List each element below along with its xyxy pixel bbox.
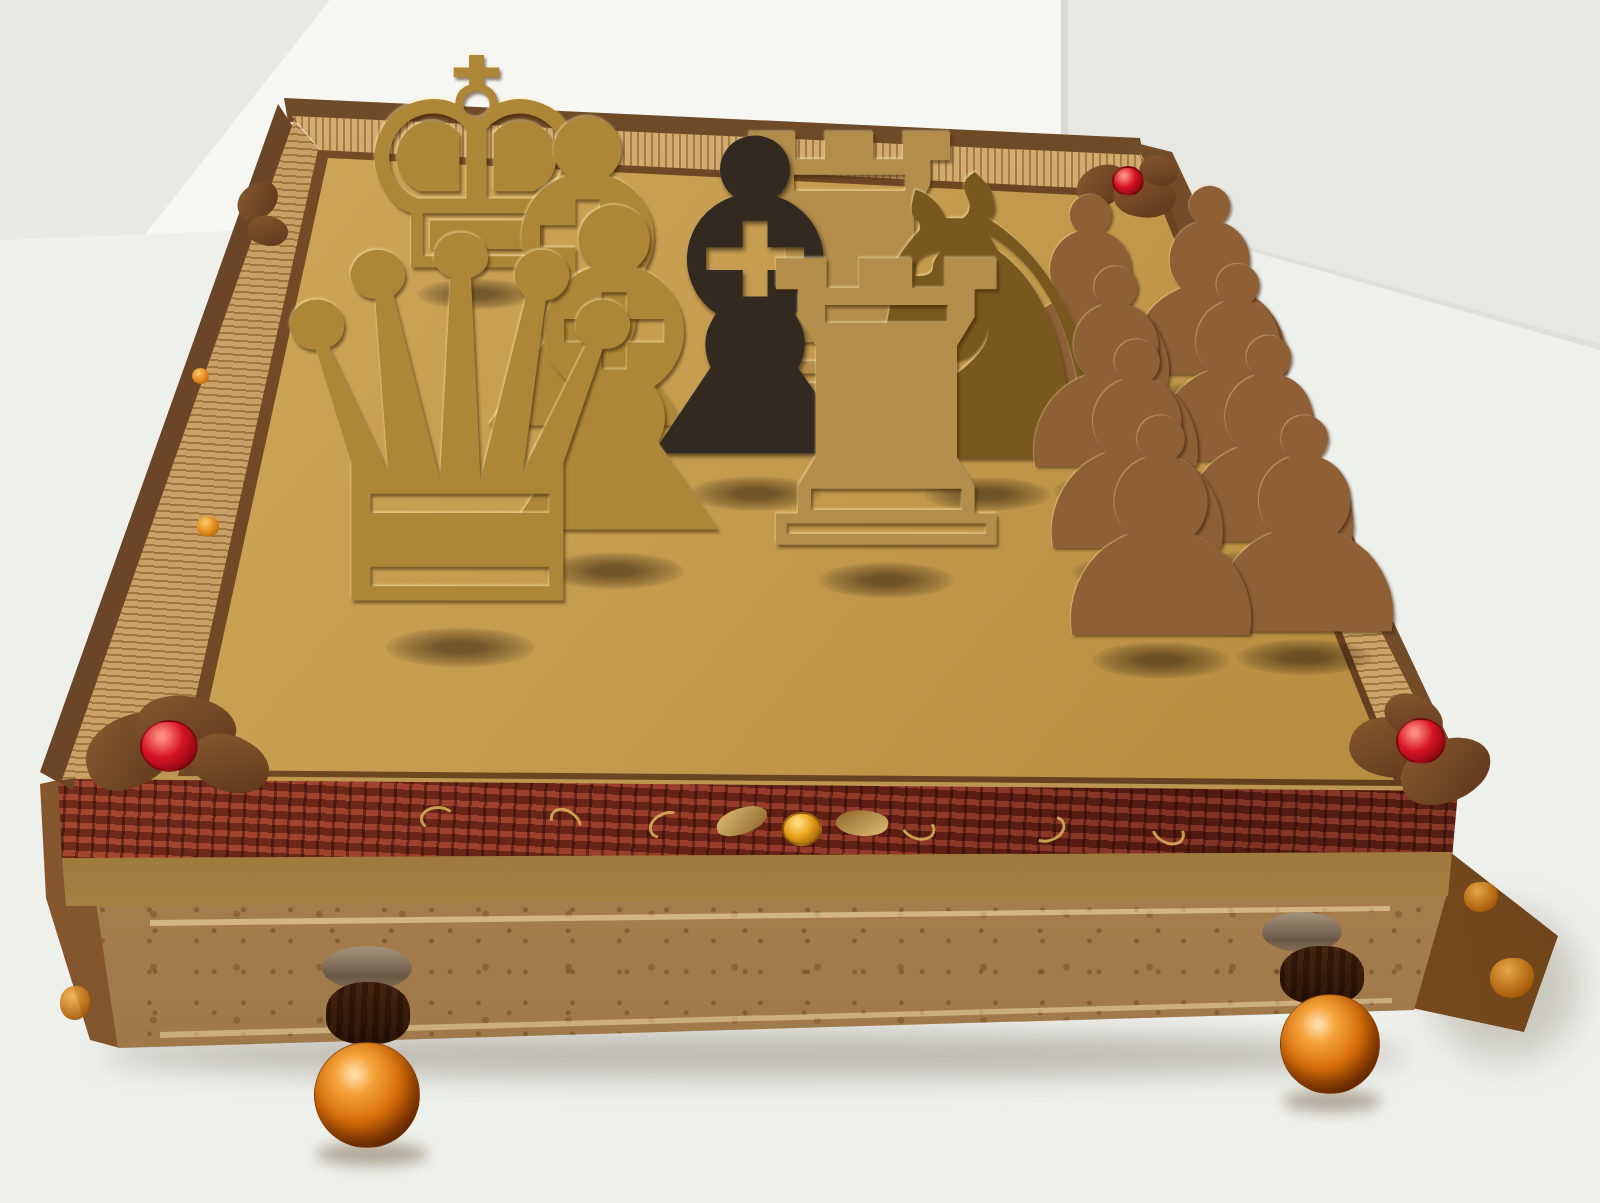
acanthus-scroll-icon <box>420 806 456 832</box>
corner-ornament-front-right <box>1340 688 1510 818</box>
lioness-piece-glyph: ♛ <box>234 199 686 653</box>
piece-brown-pawn-monkey-g2[interactable]: ♟ <box>1026 395 1296 666</box>
piece-gold-rook-elephant-e3[interactable]: ♜ <box>711 233 1062 586</box>
monkey-piece-glyph: ♟ <box>1026 395 1296 666</box>
amber-ball-icon <box>1280 994 1380 1094</box>
amber-ball-icon <box>314 1042 420 1148</box>
elephant-piece-glyph: ♜ <box>711 233 1062 586</box>
piece-gold-queen-lioness-b2[interactable]: ♛ <box>234 199 686 653</box>
amber-dot-icon <box>192 368 209 384</box>
photo-stage: ♚♟♟♜♝♟♝♞♟♝♟♟♜♛♟♟ <box>0 0 1600 1203</box>
corner-ornament-front-left <box>80 676 280 826</box>
amber-dot-icon <box>197 516 219 537</box>
red-gem-icon <box>1396 718 1446 764</box>
amber-medallion-gem-icon <box>782 812 822 846</box>
red-gem-icon <box>140 720 198 772</box>
knob-skirt <box>326 982 410 1044</box>
